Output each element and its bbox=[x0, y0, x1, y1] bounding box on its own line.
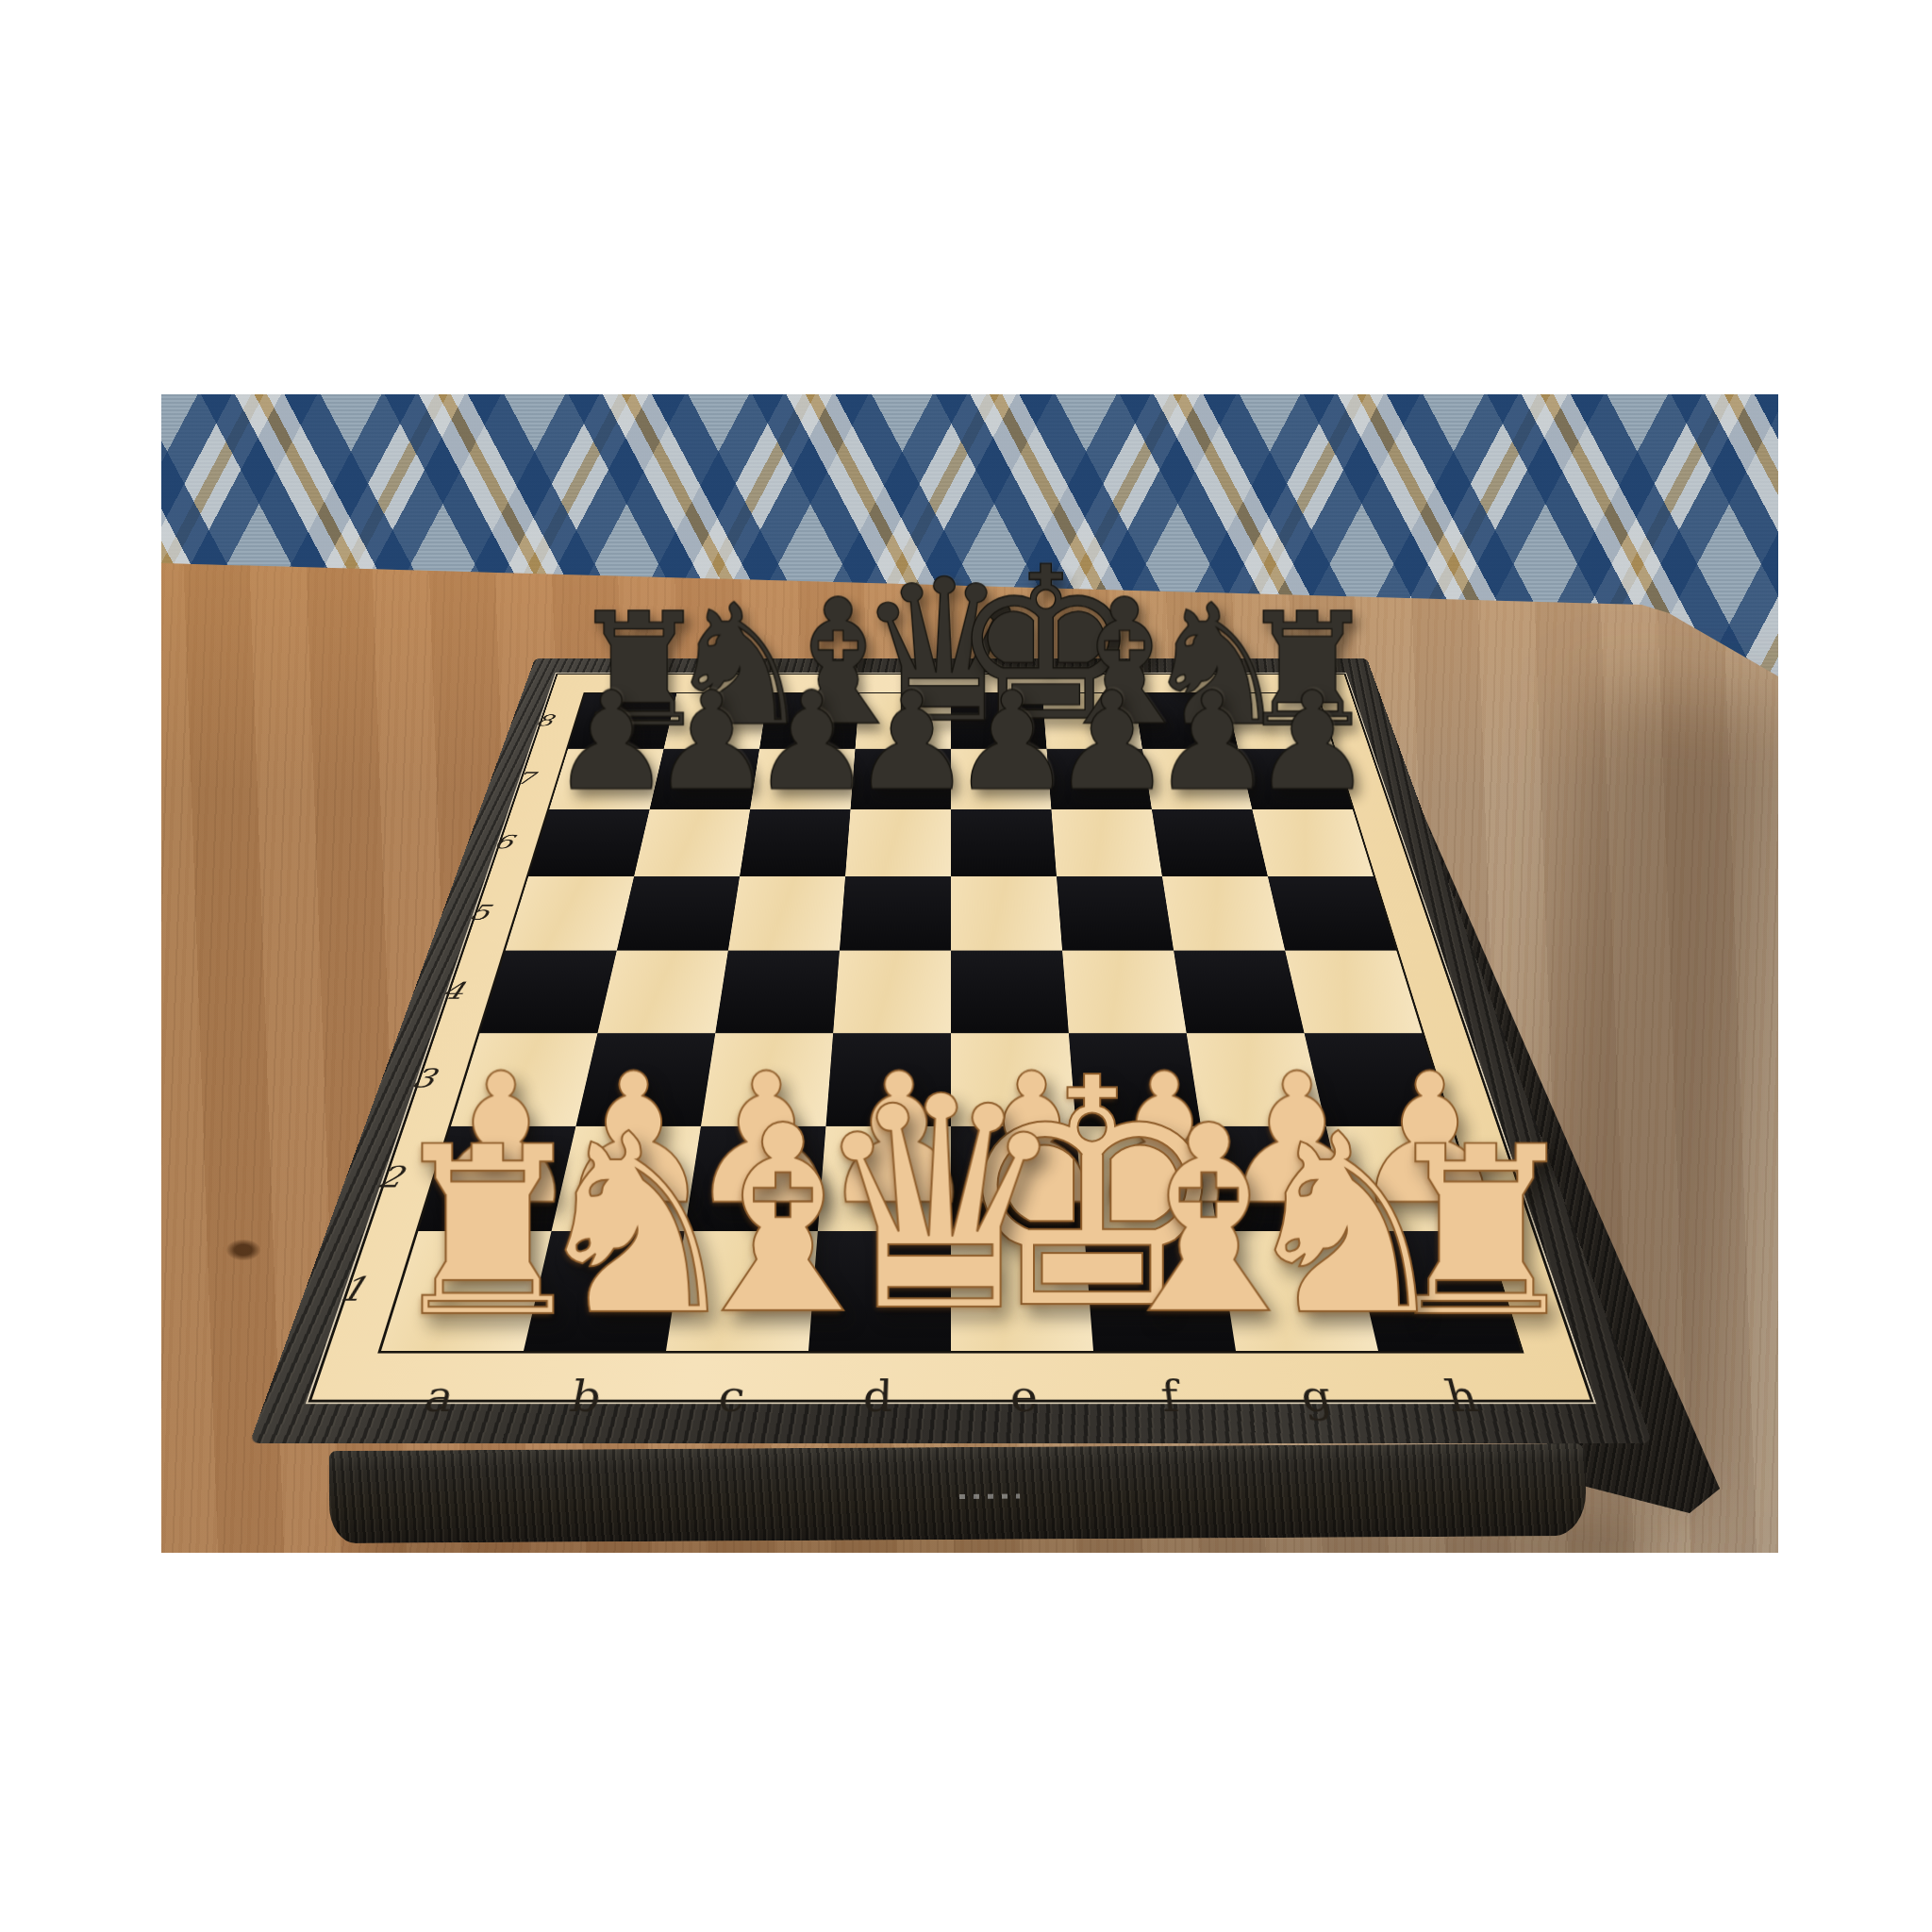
black-pawn-glyph: ♟ bbox=[851, 676, 951, 806]
square-d6 bbox=[845, 809, 951, 876]
piece-black-pawn-d7: ♟ bbox=[851, 749, 951, 809]
piece-black-pawn-b7: ♟ bbox=[650, 749, 759, 809]
white-queen-glyph: ♛ bbox=[809, 1066, 951, 1344]
black-pawn-glyph: ♟ bbox=[1051, 676, 1151, 806]
chess-board-3d-wrapper: abcdefgh12345678♜♞♝♛♚♝♞♜♟♟♟♟♟♟♟♟♟♟♟♟♟♟♟♟… bbox=[283, 394, 1619, 1449]
black-pawn-glyph: ♟ bbox=[650, 676, 750, 806]
square-a6 bbox=[528, 809, 649, 876]
piece-white-bishop-c1: ♝ bbox=[666, 1231, 818, 1351]
piece-white-queen-d1: ♛ bbox=[808, 1231, 951, 1351]
black-pawn-glyph: ♟ bbox=[751, 676, 851, 806]
white-bishop-glyph: ♝ bbox=[1092, 1099, 1234, 1344]
chess-board: abcdefgh12345678♜♞♝♛♚♝♞♜♟♟♟♟♟♟♟♟♟♟♟♟♟♟♟♟… bbox=[249, 658, 1652, 1443]
piece-white-bishop-f1: ♝ bbox=[1084, 1231, 1236, 1351]
black-pawn-glyph: ♟ bbox=[1252, 676, 1352, 806]
piece-white-knight-b1: ♞ bbox=[524, 1231, 685, 1351]
square-h6 bbox=[1252, 809, 1373, 876]
photo-of-chess-set: abcdefgh12345678♜♞♝♛♚♝♞♜♟♟♟♟♟♟♟♟♟♟♟♟♟♟♟♟… bbox=[161, 394, 1778, 1553]
white-knight-glyph: ♞ bbox=[525, 1108, 667, 1344]
piece-black-pawn-c7: ♟ bbox=[750, 749, 855, 809]
square-d4 bbox=[833, 951, 951, 1034]
square-f6 bbox=[1051, 809, 1161, 876]
piece-black-pawn-f7: ♟ bbox=[1046, 749, 1151, 809]
square-e6 bbox=[951, 809, 1057, 876]
black-pawn-glyph: ♟ bbox=[1151, 676, 1251, 806]
square-b6 bbox=[634, 809, 750, 876]
piece-black-pawn-e7: ♟ bbox=[951, 749, 1051, 809]
black-pawn-glyph: ♟ bbox=[951, 676, 1051, 806]
piece-black-pawn-h7: ♟ bbox=[1238, 749, 1352, 809]
white-bishop-glyph: ♝ bbox=[667, 1099, 808, 1344]
piece-black-pawn-a7: ♟ bbox=[549, 749, 663, 809]
board-front-side-face bbox=[329, 1443, 1587, 1543]
square-b4 bbox=[597, 951, 727, 1034]
white-rook-glyph: ♜ bbox=[383, 1123, 525, 1344]
black-pawn-glyph: ♟ bbox=[550, 676, 650, 806]
square-c6 bbox=[740, 809, 850, 876]
front-face-marking bbox=[959, 1494, 1020, 1499]
square-g6 bbox=[1152, 809, 1268, 876]
piece-black-pawn-g7: ♟ bbox=[1142, 749, 1252, 809]
screenshot-canvas: abcdefgh12345678♜♞♝♛♚♝♞♜♟♟♟♟♟♟♟♟♟♟♟♟♟♟♟♟… bbox=[0, 0, 1932, 1932]
square-c4 bbox=[715, 951, 840, 1034]
